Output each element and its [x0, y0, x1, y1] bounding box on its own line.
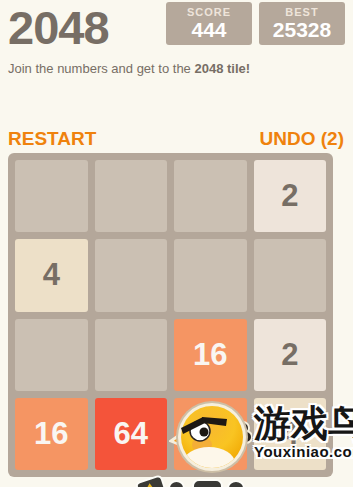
app-window: 2048 SCORE 444 BEST 25328 Join the numbe… [0, 0, 353, 487]
cut-watermark-decoration [0, 476, 353, 487]
best-box: BEST 25328 [259, 2, 345, 45]
tile-2-r3c4: 2 [254, 319, 327, 391]
tile-4-r4c4: 4 [254, 398, 327, 470]
best-label: BEST [271, 5, 333, 19]
tile-2-r1c4: 2 [254, 160, 327, 232]
game-subtitle: Join the numbers and get to the 2048 til… [8, 60, 250, 77]
empty-cell-r2c4 [254, 239, 327, 311]
board-grid[interactable]: 241621664164 [8, 153, 333, 477]
score-panel: SCORE 444 BEST 25328 [166, 2, 345, 45]
deco-shape-icon [192, 479, 223, 487]
deco-shape-icon [135, 474, 168, 487]
empty-cell-r1c2 [95, 160, 168, 232]
best-value: 25328 [271, 19, 333, 41]
tile-64-r4c2: 64 [95, 398, 168, 470]
deco-shape-icon [227, 480, 245, 487]
header: 2048 SCORE 444 BEST 25328 [8, 2, 345, 52]
deco-shape-icon [168, 480, 185, 487]
tile-4-r2c1: 4 [15, 239, 88, 311]
subtitle-goal: 2048 tile! [194, 61, 250, 76]
empty-cell-r3c1 [15, 319, 88, 391]
tile-16-r4c3: 16 [174, 398, 247, 470]
empty-cell-r3c2 [95, 319, 168, 391]
score-label: SCORE [178, 5, 240, 19]
empty-cell-r1c3 [174, 160, 247, 232]
restart-button[interactable]: RESTART [8, 129, 96, 149]
empty-cell-r1c1 [15, 160, 88, 232]
empty-cell-r2c2 [95, 239, 168, 311]
empty-cell-r2c3 [174, 239, 247, 311]
tile-16-r3c3: 16 [174, 319, 247, 391]
page-title: 2048 [8, 2, 109, 54]
score-box: SCORE 444 [166, 2, 252, 45]
tile-16-r4c1: 16 [15, 398, 88, 470]
score-value: 444 [178, 19, 240, 41]
subtitle-text: Join the numbers and get to the [8, 61, 194, 76]
undo-button[interactable]: UNDO (2) [260, 129, 344, 149]
controls-row: RESTART UNDO (2) [8, 129, 344, 149]
